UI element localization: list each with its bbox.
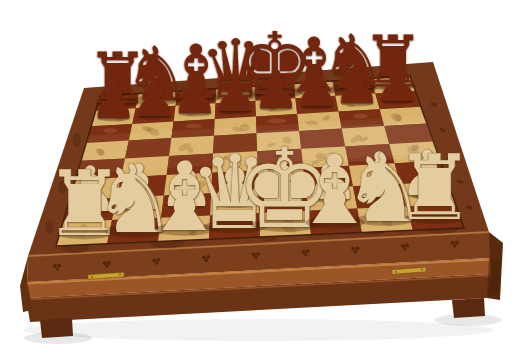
hinge-screw [119,274,121,276]
box-left-foot [40,318,73,338]
hinge-screw [91,276,93,278]
piece-black-pawn-h7[interactable]: ♟ [374,57,421,110]
chess-set-photo: ♜♞♝♛♚♝♞♜♟♟♟♟♟♟♟♟♟♟♟♟♟♟♟♟♜♞♝♛♚♝♞♜ [0,0,520,346]
hinge-screw [421,269,423,271]
box-right-foot [452,298,485,318]
piece-white-rook-h1[interactable]: ♜ [394,143,475,233]
hinge-screw [395,271,397,273]
frame-burl [73,133,81,147]
ground-shadow [23,319,493,341]
box-right-corner-scallop [487,258,500,296]
